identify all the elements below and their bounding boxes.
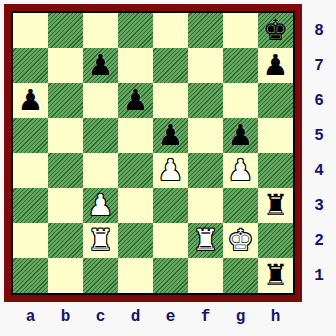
- square-a5[interactable]: [13, 118, 48, 153]
- rank-label-7: 7: [305, 48, 333, 83]
- square-f2[interactable]: ♜: [188, 223, 223, 258]
- square-h3[interactable]: ♜: [258, 188, 293, 223]
- square-b3[interactable]: [48, 188, 83, 223]
- square-e5[interactable]: ♟: [153, 118, 188, 153]
- square-c5[interactable]: [83, 118, 118, 153]
- square-a2[interactable]: [13, 223, 48, 258]
- square-g1[interactable]: [223, 258, 258, 293]
- rank-label-2: 2: [305, 223, 333, 258]
- square-h5[interactable]: [258, 118, 293, 153]
- square-f7[interactable]: [188, 48, 223, 83]
- square-a6[interactable]: ♟: [13, 83, 48, 118]
- square-g3[interactable]: [223, 188, 258, 223]
- rank-label-1: 1: [305, 258, 333, 293]
- square-f1[interactable]: [188, 258, 223, 293]
- square-a3[interactable]: [13, 188, 48, 223]
- square-d4[interactable]: [118, 153, 153, 188]
- rank-label-4: 4: [305, 153, 333, 188]
- square-b4[interactable]: [48, 153, 83, 188]
- black-pawn-e5[interactable]: ♟: [158, 118, 184, 153]
- square-c3[interactable]: ♟: [83, 188, 118, 223]
- rank-labels: 87654321: [305, 13, 333, 293]
- rank-label-3: 3: [305, 188, 333, 223]
- square-b1[interactable]: [48, 258, 83, 293]
- square-f6[interactable]: [188, 83, 223, 118]
- square-b5[interactable]: [48, 118, 83, 153]
- square-d8[interactable]: [118, 13, 153, 48]
- square-e4[interactable]: ♟: [153, 153, 188, 188]
- square-h1[interactable]: ♜: [258, 258, 293, 293]
- chess-board: ♚♟♟♟♟♟♟♟♟♟♜♜♜♚♜: [13, 13, 293, 293]
- black-pawn-g5[interactable]: ♟: [228, 118, 254, 153]
- square-b6[interactable]: [48, 83, 83, 118]
- file-label-b: b: [48, 302, 83, 332]
- square-d5[interactable]: [118, 118, 153, 153]
- white-rook-f2[interactable]: ♜: [193, 223, 219, 258]
- white-pawn-e4[interactable]: ♟: [158, 153, 184, 188]
- black-pawn-h7[interactable]: ♟: [263, 48, 289, 83]
- square-d7[interactable]: [118, 48, 153, 83]
- file-label-d: d: [118, 302, 153, 332]
- square-e8[interactable]: [153, 13, 188, 48]
- square-a1[interactable]: [13, 258, 48, 293]
- black-king-h8[interactable]: ♚: [263, 13, 289, 48]
- square-f4[interactable]: [188, 153, 223, 188]
- black-pawn-a6[interactable]: ♟: [18, 83, 44, 118]
- square-c2[interactable]: ♜: [83, 223, 118, 258]
- square-g5[interactable]: ♟: [223, 118, 258, 153]
- square-e1[interactable]: [153, 258, 188, 293]
- square-f8[interactable]: [188, 13, 223, 48]
- file-label-c: c: [83, 302, 118, 332]
- board-inner-border: ♚♟♟♟♟♟♟♟♟♟♜♜♜♚♜: [11, 11, 295, 295]
- black-rook-h3[interactable]: ♜: [263, 188, 289, 223]
- black-pawn-c7[interactable]: ♟: [88, 48, 114, 83]
- file-labels: abcdefgh: [13, 302, 293, 332]
- square-h8[interactable]: ♚: [258, 13, 293, 48]
- rank-label-5: 5: [305, 118, 333, 153]
- square-b2[interactable]: [48, 223, 83, 258]
- square-g4[interactable]: ♟: [223, 153, 258, 188]
- square-h2[interactable]: [258, 223, 293, 258]
- square-h4[interactable]: [258, 153, 293, 188]
- square-d1[interactable]: [118, 258, 153, 293]
- square-h6[interactable]: [258, 83, 293, 118]
- square-f3[interactable]: [188, 188, 223, 223]
- square-b8[interactable]: [48, 13, 83, 48]
- board-frame: ♚♟♟♟♟♟♟♟♟♟♜♜♜♚♜: [4, 4, 302, 302]
- square-e7[interactable]: [153, 48, 188, 83]
- white-rook-c2[interactable]: ♜: [88, 223, 114, 258]
- rank-label-6: 6: [305, 83, 333, 118]
- white-pawn-c3[interactable]: ♟: [88, 188, 114, 223]
- square-d3[interactable]: [118, 188, 153, 223]
- square-a7[interactable]: [13, 48, 48, 83]
- square-f5[interactable]: [188, 118, 223, 153]
- square-e2[interactable]: [153, 223, 188, 258]
- square-g6[interactable]: [223, 83, 258, 118]
- white-king-g2[interactable]: ♚: [228, 223, 254, 258]
- square-e6[interactable]: [153, 83, 188, 118]
- black-rook-h1[interactable]: ♜: [263, 258, 289, 293]
- rank-label-8: 8: [305, 13, 333, 48]
- square-c1[interactable]: [83, 258, 118, 293]
- square-d2[interactable]: [118, 223, 153, 258]
- file-label-a: a: [13, 302, 48, 332]
- white-pawn-g4[interactable]: ♟: [228, 153, 254, 188]
- file-label-e: e: [153, 302, 188, 332]
- square-g7[interactable]: [223, 48, 258, 83]
- square-c8[interactable]: [83, 13, 118, 48]
- square-a8[interactable]: [13, 13, 48, 48]
- square-a4[interactable]: [13, 153, 48, 188]
- square-h7[interactable]: ♟: [258, 48, 293, 83]
- square-c4[interactable]: [83, 153, 118, 188]
- black-pawn-d6[interactable]: ♟: [123, 83, 149, 118]
- square-c7[interactable]: ♟: [83, 48, 118, 83]
- file-label-g: g: [223, 302, 258, 332]
- square-b7[interactable]: [48, 48, 83, 83]
- file-label-f: f: [188, 302, 223, 332]
- square-g8[interactable]: [223, 13, 258, 48]
- square-e3[interactable]: [153, 188, 188, 223]
- square-c6[interactable]: [83, 83, 118, 118]
- square-g2[interactable]: ♚: [223, 223, 258, 258]
- file-label-h: h: [258, 302, 293, 332]
- square-d6[interactable]: ♟: [118, 83, 153, 118]
